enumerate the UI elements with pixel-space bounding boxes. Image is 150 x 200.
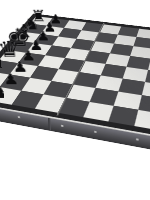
board-square [134,110,150,131]
board-square [95,32,118,43]
board-square [110,44,133,56]
board-square [30,66,58,81]
board-square [118,26,139,37]
board-square [65,48,90,61]
board-square [45,46,71,59]
board-square [136,29,150,40]
board-square [99,24,121,34]
board-square [133,37,150,49]
board-square [114,35,136,46]
piece-pawn: ♟ [33,30,54,43]
board-square [108,106,138,126]
photo-stage: ♜♟♞♟♝♟♚♟♛♟♝♟♞♟♜♟ [0,0,150,182]
board-square [82,22,104,32]
board-square [64,20,86,30]
board-square [58,28,81,39]
board-square [71,39,95,51]
hinge-split [48,118,51,131]
board-square: ♜ [30,16,53,26]
piece-rook: ♜ [29,8,48,24]
board-square: ♟ [34,34,59,45]
board-square: ♟ [40,26,64,37]
piece-knight: ♞ [22,16,42,32]
board-square [52,36,76,48]
board-square [76,30,99,41]
board-square: ♟ [47,18,70,28]
piece-pawn: ♟ [40,21,60,34]
chess-board: ♜♟♞♟♝♟♚♟♛♟♝♟♞♟♜♟ [0,13,150,138]
piece-pawn: ♟ [0,86,14,101]
board-square: ♞ [23,24,47,34]
piece-pawn: ♟ [46,13,65,26]
product-photo: ♜♟♞♟♝♟♚♟♛♟♝♟♞♟♜♟ [0,0,150,200]
board-square [130,46,150,59]
board-square [90,41,114,53]
